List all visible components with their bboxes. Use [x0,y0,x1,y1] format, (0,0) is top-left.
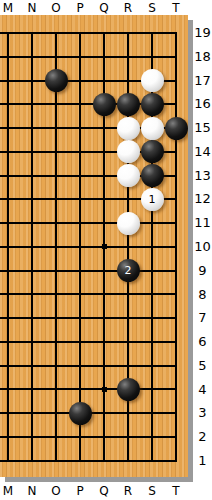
intersection-T15[interactable] [164,116,188,140]
intersection-M17[interactable] [0,69,20,93]
coord-label-bottom-R: R [124,484,132,498]
intersection-S4[interactable] [140,378,164,402]
intersection-T6[interactable] [164,330,188,354]
intersection-T5[interactable] [164,354,188,378]
grid-line-v [79,378,81,402]
grid-line-v [7,140,9,164]
coord-label-row-10: 10 [193,239,212,255]
grid-line-v [55,259,57,283]
coord-label-top-Q: Q [99,1,108,15]
coord-label-row-3: 3 [193,405,212,421]
intersection-M2[interactable] [0,425,20,449]
go-board: 12 [0,15,188,477]
coord-label-top-M: M [3,1,13,15]
intersection-O11[interactable] [44,211,68,235]
intersection-P10[interactable] [68,235,92,259]
intersection-P4[interactable] [68,378,92,402]
intersection-S13[interactable] [140,164,164,188]
coord-label-row-2: 2 [193,429,212,445]
intersection-S17[interactable] [140,69,164,93]
intersection-S11[interactable] [140,211,164,235]
intersection-R5[interactable] [116,354,140,378]
grid-line-v [175,283,177,307]
intersection-S3[interactable] [140,401,164,425]
intersection-M12[interactable] [0,187,20,211]
stone-black-S16[interactable] [141,93,164,116]
coord-label-bottom-Q: Q [99,484,108,498]
grid-line-v [55,45,57,69]
intersection-M18[interactable] [0,45,20,69]
stone-black-P3[interactable] [69,402,92,425]
stone-black-R4[interactable] [117,378,140,401]
intersection-R15[interactable] [116,116,140,140]
intersection-Q2[interactable] [92,425,116,449]
intersection-N4[interactable] [20,378,44,402]
intersection-O12[interactable] [44,187,68,211]
intersection-Q18[interactable] [92,45,116,69]
grid-line-v [175,140,177,164]
intersection-P19[interactable] [68,21,92,45]
grid-line-v [31,449,33,462]
board-grid: 12 [0,21,188,473]
intersection-R3[interactable] [116,401,140,425]
intersection-N5[interactable] [20,354,44,378]
grid-line-h [0,127,20,129]
intersection-N10[interactable] [20,235,44,259]
grid-line-v [7,354,9,378]
intersection-P15[interactable] [68,116,92,140]
intersection-M10[interactable] [0,235,20,259]
coord-label-row-1: 1 [193,453,212,469]
coord-label-bottom-M: M [3,484,13,498]
intersection-S5[interactable] [140,354,164,378]
intersection-S15[interactable] [140,116,164,140]
intersection-O16[interactable] [44,92,68,116]
intersection-P17[interactable] [68,69,92,93]
grid-line-v [151,378,153,402]
intersection-Q17[interactable] [92,69,116,93]
stone-white-R13[interactable] [117,164,140,187]
grid-line-v [31,354,33,378]
star-point-Q10 [102,244,107,249]
coord-label-row-19: 19 [193,25,212,41]
stone-white-R14[interactable] [117,140,140,163]
intersection-N18[interactable] [20,45,44,69]
grid-line-h [0,412,20,414]
grid-line-v [31,140,33,164]
grid-line-v [103,211,105,235]
intersection-T7[interactable] [164,306,188,330]
stone-black-O17[interactable] [45,69,68,92]
intersection-P1[interactable] [68,449,92,473]
grid-line-v [55,92,57,116]
intersection-Q6[interactable] [92,330,116,354]
intersection-R18[interactable] [116,45,140,69]
stone-white-S12[interactable]: 1 [141,188,164,211]
grid-line-v [31,45,33,69]
grid-line-h [0,103,20,105]
intersection-T10[interactable] [164,235,188,259]
intersection-N15[interactable] [20,116,44,140]
intersection-R11[interactable] [116,211,140,235]
grid-line-v [175,211,177,235]
intersection-T8[interactable] [164,283,188,307]
intersection-M3[interactable] [0,401,20,425]
intersection-S8[interactable] [140,283,164,307]
intersection-S7[interactable] [140,306,164,330]
grid-line-v [175,449,177,462]
intersection-T12[interactable] [164,187,188,211]
grid-line-v [103,283,105,307]
intersection-R17[interactable] [116,69,140,93]
intersection-Q12[interactable] [92,187,116,211]
grid-line-v [79,306,81,330]
grid-line-v [31,283,33,307]
coord-label-row-4: 4 [193,382,212,398]
grid-line-v [31,425,33,449]
coord-label-row-15: 15 [193,120,212,136]
grid-line-v [31,330,33,354]
grid-line-v [151,449,153,462]
intersection-O9[interactable] [44,259,68,283]
intersection-T1[interactable] [164,449,188,473]
intersection-O18[interactable] [44,45,68,69]
grid-line-v [55,306,57,330]
intersection-S9[interactable] [140,259,164,283]
grid-line-v [175,425,177,449]
coord-label-bottom-O: O [51,484,60,498]
intersection-O2[interactable] [44,425,68,449]
intersection-O8[interactable] [44,283,68,307]
intersection-Q5[interactable] [92,354,116,378]
intersection-P8[interactable] [68,283,92,307]
intersection-S1[interactable] [140,449,164,473]
stone-white-R15[interactable] [117,117,140,140]
grid-line-h [0,436,20,438]
grid-line-v [151,235,153,259]
intersection-Q19[interactable] [92,21,116,45]
grid-line-v [7,259,9,283]
intersection-P2[interactable] [68,425,92,449]
grid-line-v [31,259,33,283]
coord-label-bottom-N: N [28,484,37,498]
stone-black-R16[interactable] [117,93,140,116]
grid-line-h [0,317,20,319]
grid-line-v [127,306,129,330]
intersection-N9[interactable] [20,259,44,283]
grid-line-h [0,56,20,58]
intersection-Q14[interactable] [92,140,116,164]
grid-line-v [55,187,57,211]
grid-line-v [127,187,129,211]
grid-line-v [7,164,9,188]
intersection-N7[interactable] [20,306,44,330]
grid-line-h [0,460,20,462]
intersection-P13[interactable] [68,164,92,188]
intersection-Q11[interactable] [92,211,116,235]
grid-line-v [103,354,105,378]
grid-line-v [127,449,129,462]
grid-line-v [175,164,177,188]
intersection-N2[interactable] [20,425,44,449]
grid-line-v [7,69,9,93]
intersection-O10[interactable] [44,235,68,259]
intersection-Q9[interactable] [92,259,116,283]
grid-line-v [79,92,81,116]
grid-line-v [175,69,177,93]
intersection-S6[interactable] [140,330,164,354]
grid-line-v [55,425,57,449]
coord-label-row-6: 6 [193,334,212,350]
intersection-Q16[interactable] [92,92,116,116]
grid-line-v [55,401,57,425]
intersection-P9[interactable] [68,259,92,283]
intersection-M4[interactable] [0,378,20,402]
intersection-M14[interactable] [0,140,20,164]
grid-line-h [0,151,20,153]
intersection-S12[interactable]: 1 [140,187,164,211]
intersection-Q1[interactable] [92,449,116,473]
intersection-S16[interactable] [140,92,164,116]
grid-line-v [127,401,129,425]
intersection-Q8[interactable] [92,283,116,307]
intersection-N14[interactable] [20,140,44,164]
grid-line-v [103,449,105,462]
intersection-T2[interactable] [164,425,188,449]
grid-line-v [55,354,57,378]
grid-line-v [175,259,177,283]
star-point-Q4 [102,387,107,392]
grid-line-v [127,45,129,69]
grid-line-v [55,116,57,140]
grid-line-v [79,164,81,188]
intersection-T4[interactable] [164,378,188,402]
coord-label-row-7: 7 [193,310,212,326]
grid-line-v [79,45,81,69]
intersection-M7[interactable] [0,306,20,330]
intersection-O19[interactable] [44,21,68,45]
intersection-M8[interactable] [0,283,20,307]
intersection-M9[interactable] [0,259,20,283]
intersection-N19[interactable] [20,21,44,45]
grid-line-v [79,235,81,259]
coord-label-bottom-P: P [76,484,83,498]
intersection-N13[interactable] [20,164,44,188]
intersection-Q15[interactable] [92,116,116,140]
intersection-R13[interactable] [116,164,140,188]
coord-label-row-8: 8 [193,287,212,303]
intersection-R14[interactable] [116,140,140,164]
intersection-M1[interactable] [0,449,20,473]
grid-line-v [175,401,177,425]
grid-line-v [79,32,81,45]
intersection-S19[interactable] [140,21,164,45]
intersection-O15[interactable] [44,116,68,140]
coord-label-row-17: 17 [193,73,212,89]
intersection-T18[interactable] [164,45,188,69]
grid-line-v [55,235,57,259]
coord-label-top-O: O [51,1,60,15]
intersection-T13[interactable] [164,164,188,188]
intersection-P12[interactable] [68,187,92,211]
intersection-R19[interactable] [116,21,140,45]
grid-line-v [31,401,33,425]
intersection-R7[interactable] [116,306,140,330]
grid-line-h [0,270,20,272]
grid-line-v [127,69,129,93]
intersection-O7[interactable] [44,306,68,330]
intersection-N16[interactable] [20,92,44,116]
grid-line-v [31,378,33,402]
intersection-Q3[interactable] [92,401,116,425]
intersection-T14[interactable] [164,140,188,164]
grid-line-v [151,401,153,425]
intersection-T19[interactable] [164,21,188,45]
top-coordinates: MNOPQRST [0,0,188,15]
grid-line-v [103,259,105,283]
coord-label-row-18: 18 [193,49,212,65]
stone-black-T15[interactable] [165,117,188,140]
grid-line-v [79,187,81,211]
grid-line-h [0,365,20,367]
grid-line-v [7,306,9,330]
grid-line-v [7,401,9,425]
intersection-O14[interactable] [44,140,68,164]
coord-label-top-S: S [148,1,156,15]
intersection-O4[interactable] [44,378,68,402]
intersection-O3[interactable] [44,401,68,425]
coord-label-top-R: R [124,1,132,15]
grid-line-v [7,235,9,259]
intersection-M13[interactable] [0,164,20,188]
grid-line-v [175,378,177,402]
intersection-R12[interactable] [116,187,140,211]
grid-line-v [31,306,33,330]
intersection-M19[interactable] [0,21,20,45]
intersection-Q4[interactable] [92,378,116,402]
grid-line-v [103,140,105,164]
grid-line-v [103,164,105,188]
intersection-O6[interactable] [44,330,68,354]
grid-line-v [7,425,9,449]
intersection-T17[interactable] [164,69,188,93]
intersection-O1[interactable] [44,449,68,473]
intersection-N1[interactable] [20,449,44,473]
grid-line-v [175,32,177,45]
stone-black-R9[interactable]: 2 [117,259,140,282]
grid-line-v [79,116,81,140]
intersection-N12[interactable] [20,187,44,211]
stone-white-S17[interactable] [141,69,164,92]
intersection-P18[interactable] [68,45,92,69]
intersection-S18[interactable] [140,45,164,69]
grid-line-h [0,175,20,177]
intersection-P5[interactable] [68,354,92,378]
coord-label-top-P: P [76,1,83,15]
intersection-R16[interactable] [116,92,140,116]
stone-white-S15[interactable] [141,117,164,140]
intersection-T11[interactable] [164,211,188,235]
intersection-T9[interactable] [164,259,188,283]
coord-label-row-12: 12 [193,191,212,207]
intersection-R10[interactable] [116,235,140,259]
stone-black-S14[interactable] [141,140,164,163]
grid-line-v [79,259,81,283]
intersection-M15[interactable] [0,116,20,140]
intersection-P7[interactable] [68,306,92,330]
intersection-M6[interactable] [0,330,20,354]
intersection-P3[interactable] [68,401,92,425]
intersection-M11[interactable] [0,211,20,235]
intersection-P6[interactable] [68,330,92,354]
coord-label-row-11: 11 [193,215,212,231]
coord-label-row-13: 13 [193,168,212,184]
grid-line-v [7,283,9,307]
grid-line-v [175,354,177,378]
grid-line-v [175,235,177,259]
grid-line-v [7,449,9,462]
grid-line-v [31,235,33,259]
grid-line-v [103,116,105,140]
grid-line-v [31,164,33,188]
grid-line-v [127,283,129,307]
intersection-Q7[interactable] [92,306,116,330]
intersection-Q10[interactable] [92,235,116,259]
intersection-P11[interactable] [68,211,92,235]
grid-line-v [55,378,57,402]
intersection-R1[interactable] [116,449,140,473]
intersection-T3[interactable] [164,401,188,425]
intersection-P14[interactable] [68,140,92,164]
stone-black-Q16[interactable] [93,93,116,116]
intersection-O5[interactable] [44,354,68,378]
grid-line-v [175,187,177,211]
intersection-R8[interactable] [116,283,140,307]
intersection-R9[interactable]: 2 [116,259,140,283]
intersection-S10[interactable] [140,235,164,259]
intersection-M5[interactable] [0,354,20,378]
grid-line-v [7,92,9,116]
intersection-N3[interactable] [20,401,44,425]
intersection-N8[interactable] [20,283,44,307]
intersection-N11[interactable] [20,211,44,235]
intersection-R6[interactable] [116,330,140,354]
intersection-P16[interactable] [68,92,92,116]
grid-line-v [103,32,105,45]
stone-black-S13[interactable] [141,164,164,187]
intersection-Q13[interactable] [92,164,116,188]
stone-white-R11[interactable] [117,212,140,235]
grid-line-v [55,32,57,45]
intersection-R4[interactable] [116,378,140,402]
intersection-N6[interactable] [20,330,44,354]
intersection-O17[interactable] [44,69,68,93]
grid-line-v [7,45,9,69]
grid-line-v [151,354,153,378]
grid-line-v [55,211,57,235]
grid-line-h [0,341,20,343]
intersection-O13[interactable] [44,164,68,188]
coord-label-top-N: N [28,1,37,15]
intersection-T16[interactable] [164,92,188,116]
intersection-R2[interactable] [116,425,140,449]
intersection-S2[interactable] [140,425,164,449]
grid-line-h [0,80,20,82]
grid-line-v [151,306,153,330]
intersection-M16[interactable] [0,92,20,116]
intersection-S14[interactable] [140,140,164,164]
intersection-N17[interactable] [20,69,44,93]
